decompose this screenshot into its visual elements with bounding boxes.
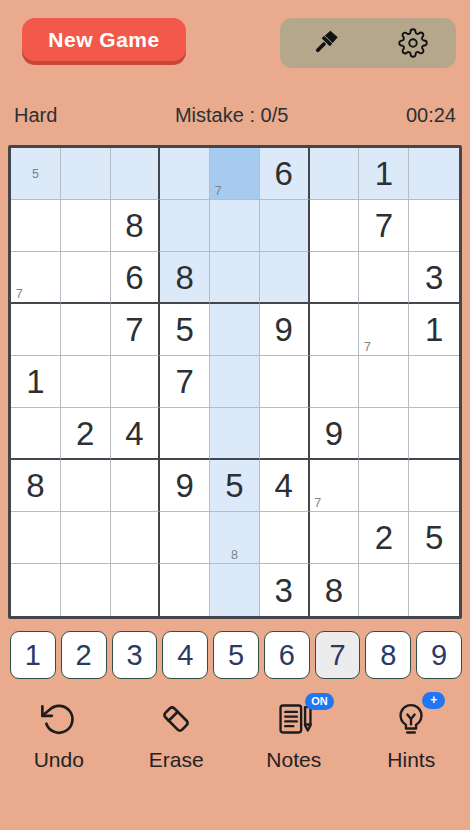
sudoku-cell-r6c2[interactable] (111, 460, 161, 512)
given-digit: 4 (275, 469, 293, 502)
notes-label: Notes (266, 748, 321, 772)
given-digit: 4 (125, 417, 143, 450)
tools-pill (280, 18, 456, 68)
sudoku-cell-r6c7[interactable] (359, 460, 409, 512)
numpad-key-8[interactable]: 8 (365, 631, 411, 679)
given-digit: 9 (176, 469, 194, 502)
given-digit: 1 (425, 313, 443, 346)
undo-icon (40, 700, 78, 742)
sudoku-cell-r5c5[interactable] (260, 408, 310, 460)
settings-gear-icon[interactable] (398, 28, 428, 58)
sudoku-cell-r3c7[interactable]: 7 (359, 304, 409, 356)
sudoku-cell-r1c1[interactable] (61, 200, 111, 252)
given-digit: 6 (275, 157, 293, 190)
sudoku-cell-r7c5[interactable] (260, 512, 310, 564)
sudoku-cell-r3c3[interactable]: 5 (160, 304, 210, 356)
numpad-key-7[interactable]: 7 (315, 631, 361, 679)
sudoku-cell-r6c0[interactable]: 8 (11, 460, 61, 512)
sudoku-cell-r3c2[interactable]: 7 (111, 304, 161, 356)
sudoku-cell-r0c1[interactable] (61, 148, 111, 200)
sudoku-app-screen: New Game Hard Mistake : 0 (0, 0, 470, 830)
sudoku-cell-r3c6[interactable] (310, 304, 360, 356)
pencil-notes: 7 (11, 252, 60, 302)
pencil-notes: 8 (210, 512, 259, 563)
sudoku-cell-r0c3[interactable] (160, 148, 210, 200)
sudoku-cell-r2c6[interactable] (310, 252, 360, 304)
sudoku-cell-r4c5[interactable] (260, 356, 310, 408)
sudoku-cell-r4c1[interactable] (61, 356, 111, 408)
sudoku-cell-r7c4[interactable]: 8 (210, 512, 260, 564)
hints-button[interactable]: + Hints (353, 701, 470, 772)
numpad-key-4[interactable]: 4 (162, 631, 208, 679)
sudoku-cell-r0c2[interactable] (111, 148, 161, 200)
sudoku-cell-r7c8[interactable]: 5 (409, 512, 459, 564)
sudoku-cell-r6c8[interactable] (409, 460, 459, 512)
sudoku-cell-r4c0[interactable]: 1 (11, 356, 61, 408)
sudoku-cell-r5c0[interactable] (11, 408, 61, 460)
numpad-key-2[interactable]: 2 (61, 631, 107, 679)
given-digit: 1 (26, 365, 44, 398)
sudoku-cell-r5c4[interactable] (210, 408, 260, 460)
sudoku-cell-r4c8[interactable] (409, 356, 459, 408)
given-digit: 7 (125, 313, 143, 346)
given-digit: 7 (176, 365, 194, 398)
sudoku-cell-r7c1[interactable] (61, 512, 111, 564)
sudoku-cell-r5c3[interactable] (160, 408, 210, 460)
sudoku-board: 576187768375971172498954782538 (8, 145, 462, 619)
sudoku-cell-r1c0[interactable] (11, 200, 61, 252)
sudoku-cell-r1c7[interactable]: 7 (359, 200, 409, 252)
sudoku-cell-r1c4[interactable] (210, 200, 260, 252)
sudoku-cell-r5c1[interactable]: 2 (61, 408, 111, 460)
difficulty-label: Hard (14, 104, 57, 127)
sudoku-cell-r1c8[interactable] (409, 200, 459, 252)
given-digit: 8 (176, 261, 194, 294)
status-bar: Hard Mistake : 0/5 00:24 (14, 104, 456, 127)
erase-button[interactable]: Erase (118, 701, 236, 772)
pencil-notes: 7 (210, 148, 259, 199)
sudoku-cell-r8c2[interactable] (111, 564, 161, 616)
given-digit: 5 (225, 469, 243, 502)
given-digit: 9 (325, 417, 343, 450)
sudoku-cell-r2c4[interactable] (210, 252, 260, 304)
sudoku-cell-r2c1[interactable] (61, 252, 111, 304)
new-game-button[interactable]: New Game (22, 18, 186, 61)
sudoku-cell-r8c8[interactable] (409, 564, 459, 616)
numpad-key-3[interactable]: 3 (112, 631, 158, 679)
given-digit: 7 (375, 209, 393, 242)
sudoku-cell-r5c7[interactable] (359, 408, 409, 460)
sudoku-cell-r0c6[interactable] (310, 148, 360, 200)
given-digit: 1 (375, 157, 393, 190)
given-digit: 9 (275, 313, 293, 346)
sudoku-cell-r8c0[interactable] (11, 564, 61, 616)
sudoku-cell-r1c2[interactable]: 8 (111, 200, 161, 252)
sudoku-cell-r7c0[interactable] (11, 512, 61, 564)
mistake-counter: Mistake : 0/5 (175, 104, 288, 127)
sudoku-cell-r8c5[interactable]: 3 (260, 564, 310, 616)
sudoku-cell-r0c5[interactable]: 6 (260, 148, 310, 200)
sudoku-cell-r4c3[interactable]: 7 (160, 356, 210, 408)
paintbrush-icon[interactable] (309, 27, 341, 59)
undo-label: Undo (34, 748, 84, 772)
hints-plus-badge: + (422, 692, 445, 709)
sudoku-cell-r6c3[interactable]: 9 (160, 460, 210, 512)
given-digit: 3 (275, 574, 293, 607)
sudoku-cell-r7c2[interactable] (111, 512, 161, 564)
given-digit: 5 (176, 313, 194, 346)
top-bar: New Game (0, 0, 470, 68)
sudoku-cell-r7c3[interactable] (160, 512, 210, 564)
sudoku-cell-r4c7[interactable] (359, 356, 409, 408)
numpad-key-5[interactable]: 5 (213, 631, 259, 679)
pencil-notes: 7 (359, 304, 408, 355)
given-digit: 3 (425, 261, 443, 294)
sudoku-cell-r6c4[interactable]: 5 (210, 460, 260, 512)
given-digit: 8 (125, 209, 143, 242)
sudoku-cell-r0c8[interactable] (409, 148, 459, 200)
sudoku-cell-r6c5[interactable]: 4 (260, 460, 310, 512)
sudoku-cell-r8c6[interactable]: 8 (310, 564, 360, 616)
sudoku-cell-r3c8[interactable]: 1 (409, 304, 459, 356)
sudoku-cell-r4c4[interactable] (210, 356, 260, 408)
notes-on-badge: ON (305, 693, 334, 710)
sudoku-cell-r0c7[interactable]: 1 (359, 148, 409, 200)
sudoku-cell-r5c6[interactable]: 9 (310, 408, 360, 460)
sudoku-cell-r7c6[interactable] (310, 512, 360, 564)
sudoku-cell-r5c8[interactable] (409, 408, 459, 460)
sudoku-cell-r3c5[interactable]: 9 (260, 304, 310, 356)
numpad-key-6[interactable]: 6 (264, 631, 310, 679)
given-digit: 8 (26, 469, 44, 502)
sudoku-cell-r1c5[interactable] (260, 200, 310, 252)
sudoku-cell-r5c2[interactable]: 4 (111, 408, 161, 460)
sudoku-cell-r1c3[interactable] (160, 200, 210, 252)
sudoku-cell-r3c0[interactable] (11, 304, 61, 356)
given-digit: 6 (125, 261, 143, 294)
pencil-notes: 5 (11, 148, 60, 199)
number-pad: 123456789 (10, 631, 462, 679)
undo-button[interactable]: Undo (0, 701, 118, 772)
bottom-toolbar: Undo Erase (0, 701, 470, 772)
notes-button[interactable]: ON Notes (235, 701, 353, 772)
sudoku-cell-r2c7[interactable] (359, 252, 409, 304)
timer: 00:24 (406, 104, 456, 127)
eraser-icon (157, 700, 195, 742)
sudoku-cell-r0c0[interactable]: 5 (11, 148, 61, 200)
sudoku-cell-r0c4[interactable]: 7 (210, 148, 260, 200)
numpad-key-9[interactable]: 9 (416, 631, 462, 679)
sudoku-cell-r4c2[interactable] (111, 356, 161, 408)
sudoku-cell-r7c7[interactable]: 2 (359, 512, 409, 564)
sudoku-cell-r8c4[interactable] (210, 564, 260, 616)
sudoku-cell-r8c7[interactable] (359, 564, 409, 616)
sudoku-cell-r2c3[interactable]: 8 (160, 252, 210, 304)
given-digit: 2 (375, 521, 393, 554)
pencil-notes: 7 (310, 460, 359, 511)
sudoku-cell-r4c6[interactable] (310, 356, 360, 408)
sudoku-cell-r2c5[interactable] (260, 252, 310, 304)
sudoku-cell-r3c4[interactable] (210, 304, 260, 356)
sudoku-cell-r8c3[interactable] (160, 564, 210, 616)
sudoku-cell-r1c6[interactable] (310, 200, 360, 252)
given-digit: 8 (325, 574, 343, 607)
sudoku-cell-r3c1[interactable] (61, 304, 111, 356)
sudoku-cell-r8c1[interactable] (61, 564, 111, 616)
sudoku-cell-r6c1[interactable] (61, 460, 111, 512)
sudoku-cell-r2c0[interactable]: 7 (11, 252, 61, 304)
sudoku-cell-r2c2[interactable]: 6 (111, 252, 161, 304)
erase-label: Erase (149, 748, 204, 772)
sudoku-cell-r6c6[interactable]: 7 (310, 460, 360, 512)
given-digit: 5 (425, 521, 443, 554)
sudoku-cell-r2c8[interactable]: 3 (409, 252, 459, 304)
given-digit: 2 (76, 417, 94, 450)
numpad-key-1[interactable]: 1 (10, 631, 56, 679)
hints-label: Hints (387, 748, 435, 772)
